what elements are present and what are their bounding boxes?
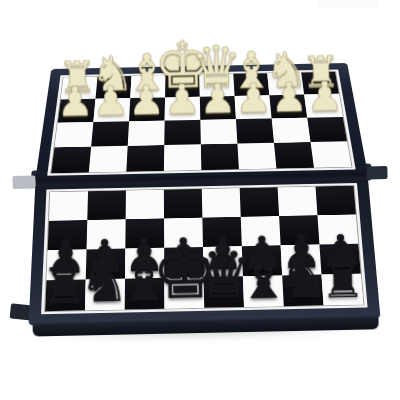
square[interactable] bbox=[236, 118, 274, 143]
board-tilt-wrapper: ♜♞♝♚♛♝♞♜♟♟♟♟♟♟♟♟ ♟♟♟♟♟♟♟♟♜♞♝♚♛♝♞♜ bbox=[0, 0, 400, 400]
square[interactable] bbox=[272, 118, 311, 143]
chessboard-far-half: ♜♞♝♚♛♝♞♜♟♟♟♟♟♟♟♟ bbox=[51, 72, 351, 173]
square[interactable] bbox=[307, 117, 347, 142]
square[interactable] bbox=[316, 186, 356, 215]
board-far-half-margin: ♜♞♝♚♛♝♞♜♟♟♟♟♟♟♟♟ bbox=[47, 69, 356, 175]
square[interactable] bbox=[49, 191, 88, 220]
square[interactable] bbox=[311, 141, 352, 167]
square[interactable] bbox=[201, 144, 239, 170]
square[interactable] bbox=[164, 189, 203, 218]
board-near-half-frame: ♟♟♟♟♟♟♟♟♜♞♝♚♛♝♞♜ bbox=[29, 179, 381, 325]
square[interactable] bbox=[87, 191, 126, 220]
square[interactable] bbox=[126, 190, 164, 219]
black-rook[interactable]: ♜ bbox=[311, 254, 376, 305]
square[interactable] bbox=[200, 119, 237, 144]
square[interactable]: ♜ bbox=[321, 274, 363, 306]
board-far-half-frame: ♜♞♝♚♛♝♞♜♟♟♟♟♟♟♟♟ bbox=[35, 63, 367, 180]
square[interactable] bbox=[278, 187, 318, 216]
board-far-half-wrapper: ♜♞♝♚♛♝♞♜♟♟♟♟♟♟♟♟ bbox=[32, 0, 368, 179]
board-near-half-margin: ♟♟♟♟♟♟♟♟♜♞♝♚♛♝♞♜ bbox=[41, 183, 368, 314]
square[interactable]: ♟ bbox=[304, 94, 343, 118]
square[interactable] bbox=[91, 121, 129, 146]
hinge-tab-right bbox=[366, 166, 387, 179]
square[interactable] bbox=[51, 147, 91, 174]
square[interactable] bbox=[89, 146, 128, 173]
white-pawn[interactable]: ♟ bbox=[296, 76, 354, 118]
product-photo: ♜♞♝♚♛♝♞♜♟♟♟♟♟♟♟♟ ♟♟♟♟♟♟♟♟♜♞♝♚♛♝♞♜ bbox=[0, 0, 400, 400]
square[interactable] bbox=[274, 142, 314, 168]
square[interactable] bbox=[126, 145, 164, 172]
chessboard-near-half: ♟♟♟♟♟♟♟♟♜♞♝♚♛♝♞♜ bbox=[45, 186, 363, 311]
hinge-tab-left bbox=[12, 175, 35, 188]
square[interactable] bbox=[240, 187, 279, 216]
square[interactable] bbox=[128, 121, 165, 146]
square[interactable] bbox=[55, 122, 94, 147]
square[interactable] bbox=[202, 188, 241, 217]
square[interactable] bbox=[164, 144, 202, 170]
square[interactable] bbox=[164, 120, 201, 145]
square[interactable] bbox=[237, 143, 276, 169]
